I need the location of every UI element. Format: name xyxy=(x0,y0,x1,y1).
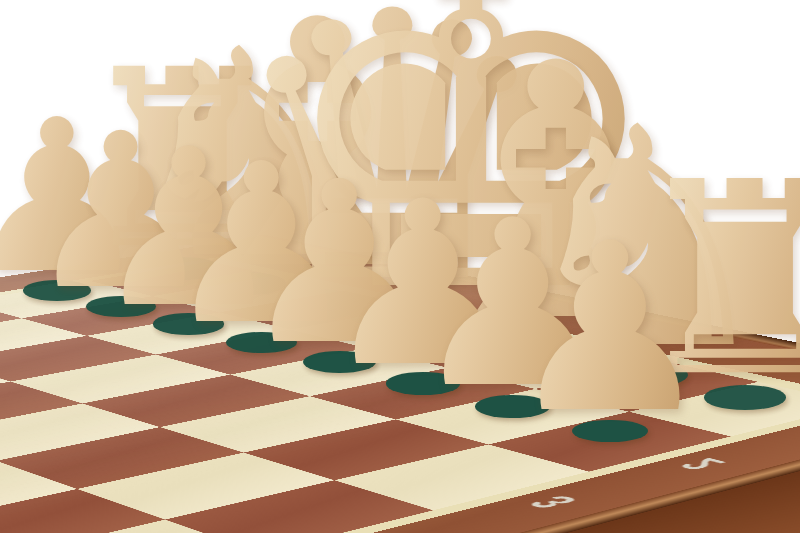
chessboard-photo: 12345678 ♟♟♟♟♟♟♟♟♜♞♝♛♚♝♞♜ xyxy=(0,0,800,533)
chess-board: 12345678 xyxy=(0,213,800,533)
